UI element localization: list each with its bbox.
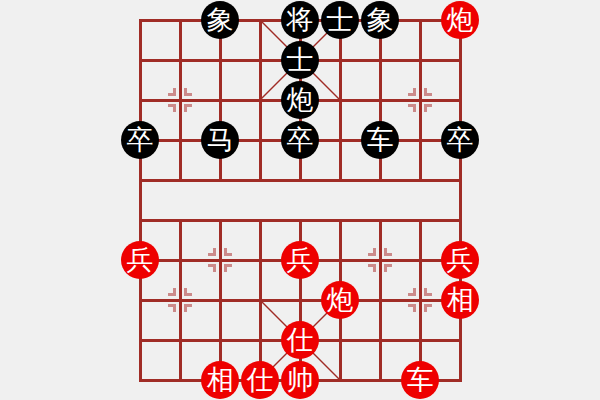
piece-black-elephant[interactable]: 象 (361, 1, 399, 39)
piece-red-general[interactable]: 帅 (281, 361, 319, 399)
piece-black-general[interactable]: 将 (281, 1, 319, 39)
piece-red-elephant[interactable]: 相 (441, 281, 479, 319)
piece-black-soldier[interactable]: 卒 (121, 121, 159, 159)
piece-black-elephant[interactable]: 象 (201, 1, 239, 39)
xiangqi-board[interactable]: 象将士象炮士炮卒马卒车卒兵兵兵炮相仕相仕帅车 (0, 0, 600, 400)
piece-red-cannon[interactable]: 炮 (321, 281, 359, 319)
piece-red-elephant[interactable]: 相 (201, 361, 239, 399)
piece-black-cannon[interactable]: 炮 (281, 81, 319, 119)
piece-black-chariot[interactable]: 车 (361, 121, 399, 159)
piece-red-advisor[interactable]: 仕 (281, 321, 319, 359)
piece-black-soldier[interactable]: 卒 (441, 121, 479, 159)
piece-red-soldier[interactable]: 兵 (441, 241, 479, 279)
piece-red-cannon[interactable]: 炮 (441, 1, 479, 39)
piece-black-horse[interactable]: 马 (201, 121, 239, 159)
piece-red-chariot[interactable]: 车 (401, 361, 439, 399)
piece-red-soldier[interactable]: 兵 (281, 241, 319, 279)
piece-black-advisor[interactable]: 士 (321, 1, 359, 39)
piece-red-advisor[interactable]: 仕 (241, 361, 279, 399)
piece-black-soldier[interactable]: 卒 (281, 121, 319, 159)
piece-black-advisor[interactable]: 士 (281, 41, 319, 79)
pieces-layer: 象将士象炮士炮卒马卒车卒兵兵兵炮相仕相仕帅车 (0, 0, 600, 400)
piece-red-soldier[interactable]: 兵 (121, 241, 159, 279)
